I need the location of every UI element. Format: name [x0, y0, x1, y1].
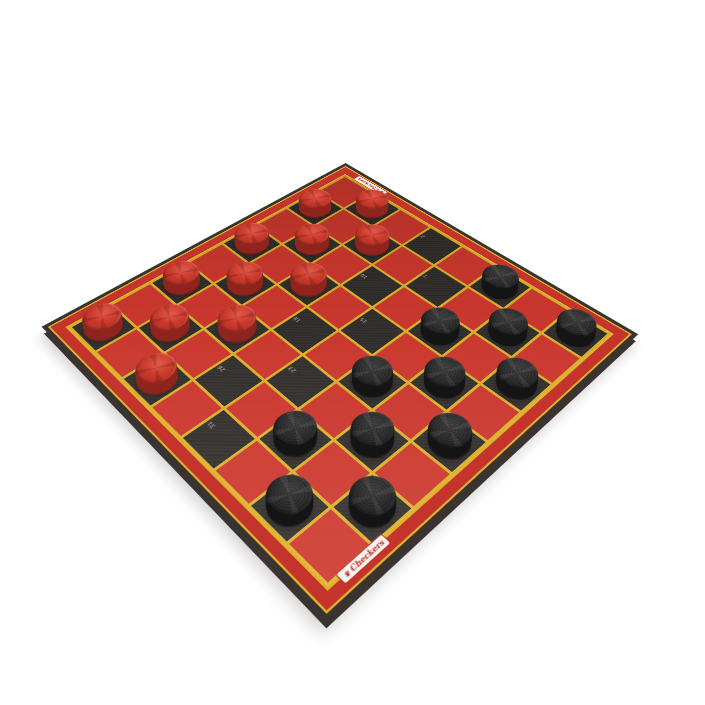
square-number: 26	[217, 364, 227, 372]
square-number: 31	[206, 420, 217, 429]
square-number: 15	[359, 317, 369, 324]
square-number: 18	[293, 316, 303, 323]
product-photo: 1234567891011121314151617181920212223242…	[0, 0, 705, 705]
square-number: 10	[360, 273, 369, 279]
checkers-board: 1234567891011121314151617181920212223242…	[42, 163, 639, 622]
square-number: 23	[288, 365, 299, 373]
crown-icon: ♛	[342, 569, 351, 578]
board-grid: 1234567891011121314151617181920212223242…	[68, 175, 611, 587]
square-number: 2	[420, 234, 426, 238]
square-number: 7	[423, 274, 430, 278]
dark-square[interactable]: 26	[195, 355, 263, 406]
board-scene: 1234567891011121314151617181920212223242…	[0, 0, 705, 705]
